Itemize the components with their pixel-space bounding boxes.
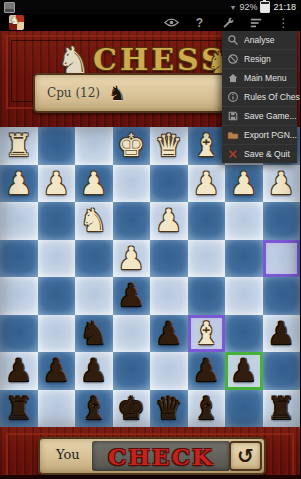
white-pawn-piece: ♟ xyxy=(42,165,70,202)
square-a7[interactable] xyxy=(263,352,301,390)
black-bishop-piece: ♝ xyxy=(80,390,108,427)
wrench-icon[interactable] xyxy=(220,15,235,30)
status-bar: ▼ 92% 21:18 xyxy=(0,0,300,14)
no-entry-icon xyxy=(227,53,239,65)
opponent-label: Cpu (12) xyxy=(47,86,100,100)
menu-item-label: Main Menu xyxy=(244,73,287,83)
square-f2[interactable]: ♟ xyxy=(75,165,113,203)
square-a5[interactable] xyxy=(263,277,301,315)
menu-item-label: Save & Quit xyxy=(244,149,290,159)
square-b5[interactable] xyxy=(225,277,263,315)
square-a4[interactable] xyxy=(263,240,301,278)
home-icon xyxy=(227,72,239,84)
square-h1[interactable]: ♜ xyxy=(0,127,38,165)
white-bishop-piece: ♝ xyxy=(192,315,220,352)
signal-icon: ▼ xyxy=(230,4,237,11)
square-e3[interactable] xyxy=(113,202,151,240)
square-g6[interactable] xyxy=(38,315,76,353)
black-rook-piece: ♜ xyxy=(267,390,295,427)
square-g7[interactable]: ♟ xyxy=(38,352,76,390)
square-a6[interactable]: ♟ xyxy=(263,315,301,353)
square-g2[interactable]: ♟ xyxy=(38,165,76,203)
black-pawn-piece: ♟ xyxy=(42,352,70,389)
menu-item-label: Save Game... xyxy=(244,111,297,121)
square-h8[interactable]: ♜ xyxy=(0,390,38,428)
square-b6[interactable] xyxy=(225,315,263,353)
black-pawn-piece: ♟ xyxy=(155,315,183,352)
menu-item-export-pgn[interactable]: Export PGN... xyxy=(222,126,297,145)
white-pawn-piece: ♟ xyxy=(267,165,295,202)
black-knight-piece: ♞ xyxy=(80,315,108,352)
white-king-piece: ♚ xyxy=(117,127,145,164)
square-h2[interactable]: ♟ xyxy=(0,165,38,203)
square-b8[interactable] xyxy=(225,390,263,428)
square-c2[interactable]: ♟ xyxy=(188,165,226,203)
square-c1[interactable]: ♝ xyxy=(188,127,226,165)
undo-icon: ↺ xyxy=(237,446,254,466)
square-g1[interactable] xyxy=(38,127,76,165)
square-d6[interactable]: ♟ xyxy=(150,315,188,353)
square-h7[interactable]: ♟ xyxy=(0,352,38,390)
square-g5[interactable] xyxy=(38,277,76,315)
square-c4[interactable] xyxy=(188,240,226,278)
square-a8[interactable]: ♜ xyxy=(263,390,301,428)
action-bar: ♞ ?⋮ xyxy=(0,14,300,31)
black-rook-piece: ♜ xyxy=(5,390,33,427)
notification-icon xyxy=(4,2,15,13)
white-pawn-piece: ♟ xyxy=(5,165,33,202)
menu-item-analyse[interactable]: Analyse xyxy=(222,31,297,50)
black-pawn-piece: ♟ xyxy=(267,315,295,352)
menu-item-label: Export PGN... xyxy=(244,130,297,140)
menu-item-save-game[interactable]: Save Game... xyxy=(222,107,297,126)
square-f3[interactable]: ♞ xyxy=(75,202,113,240)
square-f1[interactable] xyxy=(75,127,113,165)
square-a2[interactable]: ♟ xyxy=(263,165,301,203)
square-d8[interactable]: ♛ xyxy=(150,390,188,428)
square-d7[interactable] xyxy=(150,352,188,390)
square-e6[interactable] xyxy=(113,315,151,353)
square-e1[interactable]: ♚ xyxy=(113,127,151,165)
info-icon xyxy=(227,91,239,103)
square-d4[interactable] xyxy=(150,240,188,278)
white-pawn-piece: ♟ xyxy=(230,165,258,202)
black-king-piece: ♚ xyxy=(117,390,145,427)
menu-item-main-menu[interactable]: Main Menu xyxy=(222,69,297,88)
menu-item-label: Rules Of Chess xyxy=(244,92,300,102)
square-d1[interactable]: ♛ xyxy=(150,127,188,165)
square-f7[interactable]: ♟ xyxy=(75,352,113,390)
square-h3[interactable] xyxy=(0,202,38,240)
square-g3[interactable] xyxy=(38,202,76,240)
square-c5[interactable] xyxy=(188,277,226,315)
square-g4[interactable] xyxy=(38,240,76,278)
clock-time: 21:18 xyxy=(273,2,296,12)
save-icon xyxy=(227,110,239,122)
black-queen-piece: ♛ xyxy=(155,390,183,427)
square-e7[interactable] xyxy=(113,352,151,390)
white-knight-piece: ♞ xyxy=(80,202,108,239)
square-d3[interactable]: ♟ xyxy=(150,202,188,240)
battery-percent: 92% xyxy=(239,2,257,12)
square-f5[interactable] xyxy=(75,277,113,315)
square-g8[interactable] xyxy=(38,390,76,428)
square-d2[interactable] xyxy=(150,165,188,203)
black-pawn-piece: ♟ xyxy=(192,352,220,389)
status-panel: CHECK xyxy=(92,441,230,471)
white-rook-piece: ♜ xyxy=(5,127,33,164)
menu-item-label: Analyse xyxy=(244,35,275,45)
square-b7[interactable]: ♟ xyxy=(225,352,263,390)
overflow-icon[interactable]: ⋮ xyxy=(276,15,291,30)
app-icon: ♞ xyxy=(9,15,24,30)
black-knight-icon: ♞ xyxy=(108,81,126,105)
white-queen-piece: ♛ xyxy=(155,127,183,164)
square-c3[interactable] xyxy=(188,202,226,240)
overflow-menu: AnalyseResignMain MenuRules Of ChessSave… xyxy=(222,31,297,163)
help-icon[interactable]: ? xyxy=(192,15,207,30)
square-h6[interactable] xyxy=(0,315,38,353)
square-f6[interactable]: ♞ xyxy=(75,315,113,353)
square-f4[interactable] xyxy=(75,240,113,278)
folder-icon xyxy=(227,129,239,141)
white-pawn-piece: ♟ xyxy=(192,165,220,202)
black-pawn-piece: ♟ xyxy=(5,352,33,389)
battery-icon xyxy=(260,1,270,13)
player-plaque: You CHECK ↺ xyxy=(38,437,266,475)
square-e2[interactable] xyxy=(113,165,151,203)
square-h4[interactable] xyxy=(0,240,38,278)
chess-board[interactable]: ♜♚♛♝♞♜♟♟♟♟♟♟♞♟♟♟♞♟♝♟♟♟♟♟♟♜♝♚♛♝♜ xyxy=(0,127,300,427)
white-pawn-piece: ♟ xyxy=(117,240,145,277)
square-b4[interactable] xyxy=(225,240,263,278)
square-c8[interactable]: ♝ xyxy=(188,390,226,428)
square-c7[interactable]: ♟ xyxy=(188,352,226,390)
player-label: You xyxy=(56,447,80,462)
square-e8[interactable]: ♚ xyxy=(113,390,151,428)
square-b3[interactable] xyxy=(225,202,263,240)
menu-item-resign[interactable]: Resign xyxy=(222,50,297,69)
square-e5[interactable]: ♟ xyxy=(113,277,151,315)
check-status: CHECK xyxy=(108,443,214,470)
square-h5[interactable] xyxy=(0,277,38,315)
eye-icon[interactable] xyxy=(164,15,179,30)
square-c6[interactable]: ♝ xyxy=(188,315,226,353)
app-screen: ▼ 92% 21:18 ♞ ?⋮ ♞ CHESS ♞ Cpu (12) ♞ ♜♚… xyxy=(0,0,300,479)
black-pawn-piece: ♟ xyxy=(117,277,145,314)
square-f8[interactable]: ♝ xyxy=(75,390,113,428)
menu-item-save-quit[interactable]: Save & Quit xyxy=(222,145,297,163)
magnifier-icon xyxy=(227,34,239,46)
white-pawn-piece: ♟ xyxy=(80,165,108,202)
black-pawn-piece: ♟ xyxy=(230,352,258,389)
close-icon xyxy=(227,148,239,160)
stats-icon[interactable] xyxy=(248,15,263,30)
square-a3[interactable] xyxy=(263,202,301,240)
black-bishop-piece: ♝ xyxy=(192,390,220,427)
white-bishop-piece: ♝ xyxy=(192,127,220,164)
menu-item-label: Resign xyxy=(244,54,271,64)
square-e4[interactable]: ♟ xyxy=(113,240,151,278)
square-b2[interactable]: ♟ xyxy=(225,165,263,203)
undo-button[interactable]: ↺ xyxy=(229,441,262,471)
square-d5[interactable] xyxy=(150,277,188,315)
white-pawn-piece: ♟ xyxy=(155,202,183,239)
black-pawn-piece: ♟ xyxy=(80,352,108,389)
menu-item-rules-of-chess[interactable]: Rules Of Chess xyxy=(222,88,297,107)
